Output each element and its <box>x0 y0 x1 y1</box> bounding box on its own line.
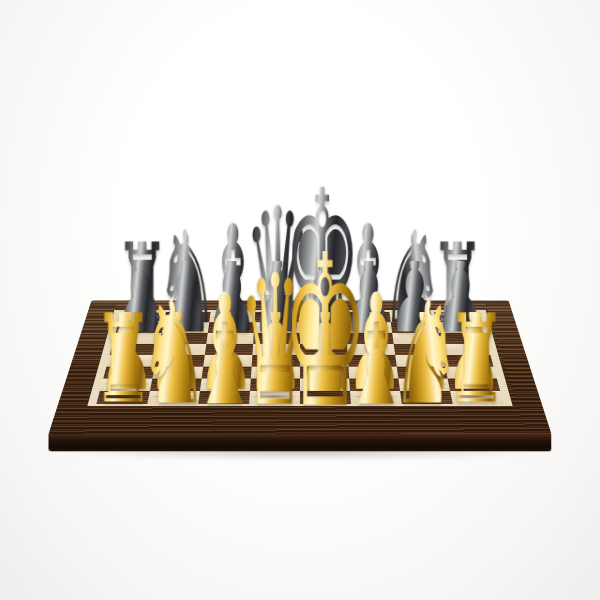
square-b3 <box>152 367 203 379</box>
piece-black-bishop-c8: ♝ <box>202 209 262 317</box>
square-c5 <box>205 344 253 355</box>
square-e6 <box>300 333 347 344</box>
square-h5 <box>441 344 491 355</box>
piece-contact-shadow <box>200 394 249 399</box>
square-g5 <box>394 344 443 355</box>
square-c4 <box>203 355 252 367</box>
piece-black-bishop-f8: ♝ <box>338 209 398 317</box>
piece-contact-shadow <box>301 394 350 399</box>
piece-contact-shadow <box>452 394 501 399</box>
square-a5 <box>110 344 160 355</box>
piece-contact-shadow <box>211 315 255 319</box>
piece-contact-shadow <box>347 325 391 329</box>
piece-black-rook-h8: ♜ <box>428 235 488 318</box>
board-perspective-wrapper: ♜♞♝♛♚♝♞♜♟♟♟♟♟♟♟♟♟♟♟♟♟♟♟♟♜♞♝♛♚♝♞♜ <box>72 121 528 600</box>
square-h6 <box>438 333 487 344</box>
piece-black-knight-g8: ♞ <box>383 219 443 318</box>
piece-contact-shadow <box>449 382 498 386</box>
square-g6 <box>392 333 440 344</box>
piece-black-rook-a8: ♜ <box>112 235 172 318</box>
piece-contact-shadow <box>392 325 436 329</box>
square-a3 <box>103 367 155 379</box>
square-e4 <box>300 355 348 367</box>
piece-contact-shadow <box>152 382 200 386</box>
piece-contact-shadow <box>391 315 435 319</box>
square-d5 <box>252 344 300 355</box>
piece-contact-shadow <box>255 325 299 329</box>
board-edge <box>49 434 552 452</box>
piece-contact-shadow <box>350 382 398 386</box>
square-h3 <box>445 367 497 379</box>
square-d6 <box>253 333 300 344</box>
piece-contact-shadow <box>436 315 480 319</box>
piece-contact-shadow <box>251 382 299 386</box>
square-d3 <box>251 367 300 379</box>
piece-contact-shadow <box>351 394 400 399</box>
square-b5 <box>157 344 206 355</box>
square-f5 <box>347 344 395 355</box>
piece-contact-shadow <box>301 315 344 319</box>
piece-contact-shadow <box>250 394 299 399</box>
square-f3 <box>348 367 398 379</box>
square-c3 <box>202 367 252 379</box>
piece-contact-shadow <box>165 315 209 319</box>
chess-board: ♜♞♝♛♚♝♞♜♟♟♟♟♟♟♟♟♟♟♟♟♟♟♟♟♜♞♝♛♚♝♞♜ <box>49 300 552 433</box>
piece-contact-shadow <box>301 325 345 329</box>
square-e3 <box>300 367 349 379</box>
piece-contact-shadow <box>202 382 250 386</box>
piece-contact-shadow <box>402 394 451 399</box>
piece-contact-shadow <box>256 315 299 319</box>
square-b4 <box>155 355 205 367</box>
piece-black-queen-d8: ♛ <box>247 191 307 318</box>
piece-black-king-e8: ♚ <box>292 172 352 317</box>
scene: ♜♞♝♛♚♝♞♜♟♟♟♟♟♟♟♟♟♟♟♟♟♟♟♟♜♞♝♛♚♝♞♜ <box>0 0 600 600</box>
square-a6 <box>113 333 162 344</box>
square-h4 <box>443 355 494 367</box>
piece-contact-shadow <box>209 325 253 329</box>
square-g4 <box>395 355 445 367</box>
square-a4 <box>106 355 157 367</box>
square-f6 <box>346 333 394 344</box>
square-e5 <box>300 344 348 355</box>
piece-contact-shadow <box>301 382 349 386</box>
piece-contact-shadow <box>400 382 448 386</box>
square-b6 <box>159 333 207 344</box>
square-g3 <box>397 367 448 379</box>
square-d4 <box>252 355 300 367</box>
square-f4 <box>348 355 397 367</box>
piece-contact-shadow <box>438 325 483 329</box>
square-c6 <box>206 333 254 344</box>
piece-contact-shadow <box>346 315 390 319</box>
piece-black-knight-b8: ♞ <box>157 219 217 318</box>
